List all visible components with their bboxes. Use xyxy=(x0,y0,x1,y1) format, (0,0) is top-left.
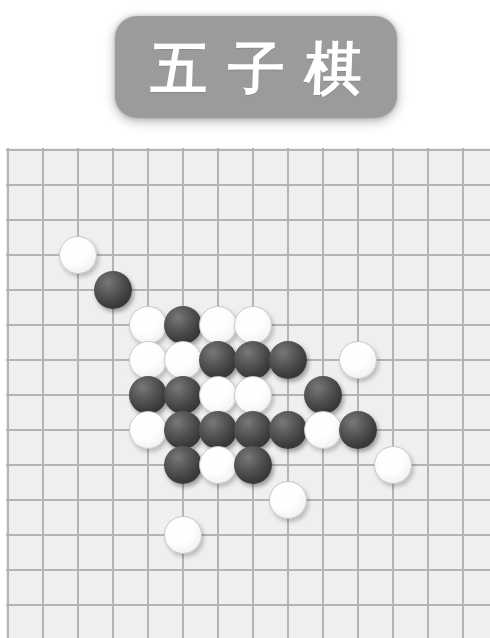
white-stone xyxy=(129,411,167,449)
white-stone xyxy=(199,306,237,344)
white-stone xyxy=(164,341,202,379)
black-stone xyxy=(234,341,272,379)
white-stone xyxy=(164,516,202,554)
black-stone xyxy=(304,376,342,414)
white-stone xyxy=(304,411,342,449)
black-stone xyxy=(269,341,307,379)
white-stone xyxy=(199,376,237,414)
white-stone xyxy=(129,341,167,379)
black-stone xyxy=(94,271,132,309)
white-stone xyxy=(199,446,237,484)
black-stone xyxy=(199,341,237,379)
game-title: 五子棋 xyxy=(150,39,383,96)
title-banner: 五子棋 xyxy=(115,16,397,118)
black-stone xyxy=(164,376,202,414)
black-stone xyxy=(269,411,307,449)
white-stone xyxy=(129,306,167,344)
black-stone xyxy=(199,411,237,449)
gomoku-app: 五子棋 xyxy=(0,0,490,638)
black-stone xyxy=(164,446,202,484)
white-stone xyxy=(269,481,307,519)
black-stone xyxy=(164,411,202,449)
black-stone xyxy=(164,306,202,344)
black-stone xyxy=(234,411,272,449)
black-stone xyxy=(339,411,377,449)
black-stone xyxy=(234,446,272,484)
white-stone xyxy=(374,446,412,484)
game-board[interactable] xyxy=(6,148,490,638)
white-stone xyxy=(234,306,272,344)
white-stone xyxy=(59,236,97,274)
white-stone xyxy=(234,376,272,414)
black-stone xyxy=(129,376,167,414)
white-stone xyxy=(339,341,377,379)
